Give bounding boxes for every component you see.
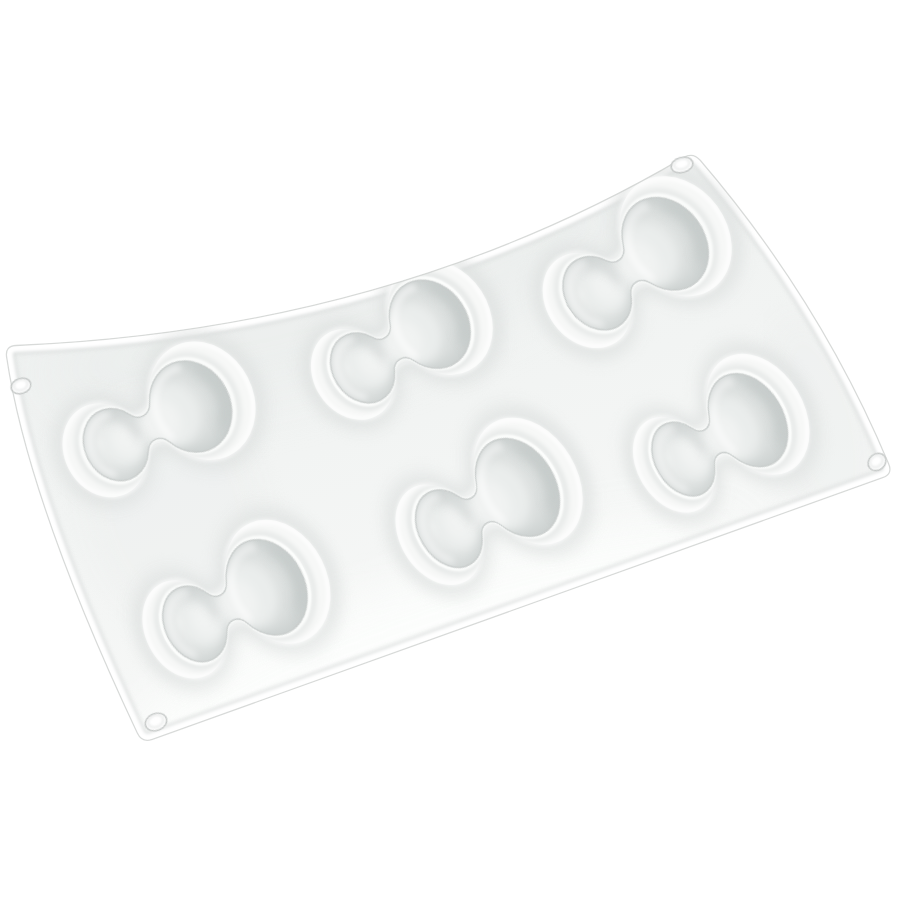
mold-photo-svg — [0, 0, 900, 900]
product-photo — [0, 0, 900, 900]
